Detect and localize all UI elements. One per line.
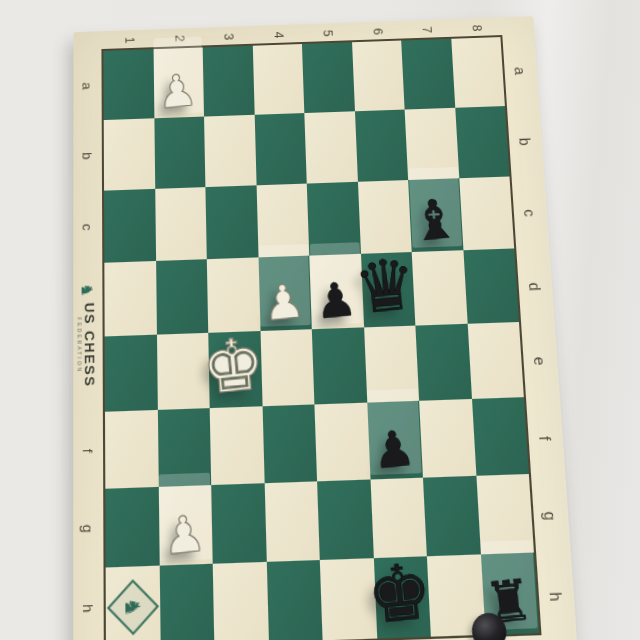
square-b1[interactable] [104,118,155,190]
square-b3[interactable] [204,115,256,187]
rank-label-bottom-8: 8 [509,634,535,640]
square-e3[interactable]: ♚ [208,331,262,408]
square-c4[interactable] [256,184,309,258]
square-h6[interactable]: ♚ [373,556,431,638]
square-c8[interactable] [459,176,514,250]
square-e1[interactable] [105,335,158,412]
square-g4[interactable] [264,481,320,562]
square-g3[interactable] [211,483,266,564]
chess-board-mat: 12345678 12345678 abcfgh abcdefgh ♞ US C… [73,16,580,640]
square-f1[interactable] [105,410,158,489]
white-king-e3[interactable]: ♚ [199,328,267,406]
square-d1[interactable] [104,261,156,336]
square-a5[interactable] [302,42,355,113]
square-h3[interactable] [213,562,269,640]
square-c5[interactable] [307,182,361,256]
square-d4[interactable]: ♟ [258,256,312,331]
square-c1[interactable] [104,189,156,263]
square-a6[interactable] [352,41,405,112]
square-g7[interactable] [423,476,480,556]
square-d7[interactable] [412,250,467,325]
square-a1[interactable] [103,49,153,120]
square-g2[interactable]: ♟ [158,485,212,566]
black-pawn-f6[interactable]: ♟ [370,423,417,476]
square-g8[interactable] [476,474,534,554]
square-d6[interactable]: ♛ [360,252,415,327]
square-f2[interactable] [157,408,211,487]
square-f5[interactable] [314,403,370,482]
square-b4[interactable] [254,113,307,185]
knight-logo-icon: ♞ [77,283,96,298]
square-a4[interactable] [252,44,304,115]
square-c7[interactable]: ♝ [408,178,463,252]
square-e7[interactable] [415,324,471,401]
table-background: 12345678 12345678 abcfgh abcdefgh ♞ US C… [0,0,640,640]
square-f7[interactable] [419,399,476,478]
square-f3[interactable] [210,406,264,485]
square-b8[interactable] [455,106,510,178]
square-b6[interactable] [354,110,408,182]
square-d8[interactable] [463,248,519,323]
square-f6[interactable]: ♟ [367,401,423,480]
black-king-h6[interactable]: ♚ [364,553,436,637]
black-pawn-d5[interactable]: ♟ [312,275,358,326]
black-bishop-c7[interactable]: ♝ [407,190,461,249]
square-e4[interactable] [260,329,314,406]
board-grid: ♟♝♟♟♛♚♟♟♞♚♜ [103,37,539,640]
square-f4[interactable] [262,404,317,483]
square-c2[interactable] [155,187,207,261]
us-chess-branding: ♞ US CHESS FEDERATION [74,254,99,417]
square-b5[interactable] [304,111,357,183]
square-e8[interactable] [467,322,524,399]
corner-knight-logo: ♞ [106,566,160,640]
board-mat-wrapper: 12345678 12345678 abcfgh abcdefgh ♞ US C… [73,16,554,640]
white-pawn-g2[interactable]: ♟ [161,508,207,563]
square-a3[interactable] [203,46,254,117]
square-e5[interactable] [312,327,367,404]
square-a7[interactable] [401,39,455,110]
square-b7[interactable] [405,108,459,180]
square-d2[interactable] [156,259,209,334]
square-h2[interactable] [159,564,214,640]
square-a2[interactable]: ♟ [153,47,204,118]
square-a8[interactable] [451,37,505,108]
brand-title: US CHESS [83,302,97,387]
square-g1[interactable] [105,487,159,568]
square-c3[interactable] [205,185,258,259]
white-pawn-d4[interactable]: ♟ [261,277,307,328]
square-e6[interactable] [364,326,420,403]
square-g5[interactable] [317,480,373,560]
us-chess-text: US CHESS FEDERATION [77,302,97,388]
square-b2[interactable] [154,117,206,189]
square-h1[interactable]: ♞ [106,566,160,640]
brand-subtitle: FEDERATION [77,317,82,373]
black-queen-d6[interactable]: ♛ [351,249,420,326]
white-pawn-a2[interactable]: ♟ [156,67,199,115]
square-f8[interactable] [471,397,528,476]
square-h4[interactable] [266,560,322,640]
